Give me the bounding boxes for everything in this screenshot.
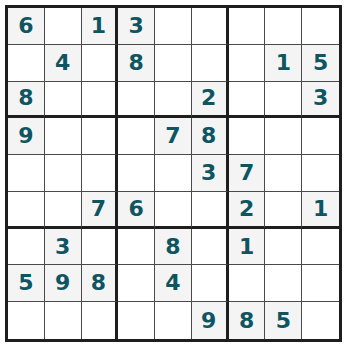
cell-r2c2-given: 4 [45, 45, 82, 82]
cell-r1c1-given: 6 [8, 8, 45, 45]
cell-r8c1-given: 5 [8, 265, 45, 302]
cell-r3c6-given: 2 [192, 82, 229, 119]
cell-r7c4-empty[interactable] [118, 229, 155, 266]
cell-r4c5-given: 7 [155, 118, 192, 155]
cell-r9c3-empty[interactable] [82, 302, 119, 339]
cell-r2c7-empty[interactable] [229, 45, 266, 82]
cell-r7c3-empty[interactable] [82, 229, 119, 266]
cell-r3c5-empty[interactable] [155, 82, 192, 119]
cell-r2c3-empty[interactable] [82, 45, 119, 82]
cell-r7c2-given: 3 [45, 229, 82, 266]
cell-r5c9-empty[interactable] [302, 155, 339, 192]
sudoku-page: 61348158239783776213815984985 [0, 0, 350, 350]
cell-r5c8-empty[interactable] [265, 155, 302, 192]
cell-r7c1-empty[interactable] [8, 229, 45, 266]
cell-r8c9-empty[interactable] [302, 265, 339, 302]
cell-r8c6-empty[interactable] [192, 265, 229, 302]
cell-r9c9-empty[interactable] [302, 302, 339, 339]
cell-r7c6-empty[interactable] [192, 229, 229, 266]
cell-r5c3-empty[interactable] [82, 155, 119, 192]
cell-r4c9-empty[interactable] [302, 118, 339, 155]
cell-r2c9-given: 5 [302, 45, 339, 82]
cell-r6c2-empty[interactable] [45, 192, 82, 229]
cell-r1c6-empty[interactable] [192, 8, 229, 45]
cell-r6c6-empty[interactable] [192, 192, 229, 229]
cell-r2c8-given: 1 [265, 45, 302, 82]
cell-r9c4-empty[interactable] [118, 302, 155, 339]
cell-r3c8-empty[interactable] [265, 82, 302, 119]
cell-r4c2-empty[interactable] [45, 118, 82, 155]
cell-r8c3-given: 8 [82, 265, 119, 302]
cell-r1c4-given: 3 [118, 8, 155, 45]
cell-r7c7-given: 1 [229, 229, 266, 266]
cell-r3c1-given: 8 [8, 82, 45, 119]
cell-r3c9-given: 3 [302, 82, 339, 119]
cell-r4c8-empty[interactable] [265, 118, 302, 155]
cell-r3c3-empty[interactable] [82, 82, 119, 119]
cell-r2c6-empty[interactable] [192, 45, 229, 82]
cell-r3c2-empty[interactable] [45, 82, 82, 119]
cell-r7c5-given: 8 [155, 229, 192, 266]
cell-r8c2-given: 9 [45, 265, 82, 302]
cell-r2c5-empty[interactable] [155, 45, 192, 82]
cell-r9c6-given: 9 [192, 302, 229, 339]
cell-r9c5-empty[interactable] [155, 302, 192, 339]
cell-r6c8-empty[interactable] [265, 192, 302, 229]
cell-r4c7-empty[interactable] [229, 118, 266, 155]
cell-r2c4-given: 8 [118, 45, 155, 82]
cell-r8c7-empty[interactable] [229, 265, 266, 302]
cell-r6c9-given: 1 [302, 192, 339, 229]
cell-r5c7-given: 7 [229, 155, 266, 192]
cell-r1c3-given: 1 [82, 8, 119, 45]
cell-r6c7-given: 2 [229, 192, 266, 229]
cell-r4c6-given: 8 [192, 118, 229, 155]
cell-r9c2-empty[interactable] [45, 302, 82, 339]
cell-r3c4-empty[interactable] [118, 82, 155, 119]
cell-r8c4-empty[interactable] [118, 265, 155, 302]
cell-r5c5-empty[interactable] [155, 155, 192, 192]
cell-r1c2-empty[interactable] [45, 8, 82, 45]
cell-r5c4-empty[interactable] [118, 155, 155, 192]
cell-r9c7-given: 8 [229, 302, 266, 339]
cell-r1c9-empty[interactable] [302, 8, 339, 45]
cell-r3c7-empty[interactable] [229, 82, 266, 119]
cell-r6c3-given: 7 [82, 192, 119, 229]
cell-r4c3-empty[interactable] [82, 118, 119, 155]
cell-r9c8-given: 5 [265, 302, 302, 339]
cell-r7c9-empty[interactable] [302, 229, 339, 266]
cell-r8c8-empty[interactable] [265, 265, 302, 302]
cell-r8c5-given: 4 [155, 265, 192, 302]
sudoku-board: 61348158239783776213815984985 [5, 5, 342, 342]
cell-r4c4-empty[interactable] [118, 118, 155, 155]
cell-r1c7-empty[interactable] [229, 8, 266, 45]
cell-r5c1-empty[interactable] [8, 155, 45, 192]
cell-r6c1-empty[interactable] [8, 192, 45, 229]
cell-r7c8-empty[interactable] [265, 229, 302, 266]
cell-r1c5-empty[interactable] [155, 8, 192, 45]
cell-r9c1-empty[interactable] [8, 302, 45, 339]
cell-r5c6-given: 3 [192, 155, 229, 192]
cell-r2c1-empty[interactable] [8, 45, 45, 82]
cell-r4c1-given: 9 [8, 118, 45, 155]
cell-r6c5-empty[interactable] [155, 192, 192, 229]
cell-r5c2-empty[interactable] [45, 155, 82, 192]
cell-r6c4-given: 6 [118, 192, 155, 229]
cell-r1c8-empty[interactable] [265, 8, 302, 45]
